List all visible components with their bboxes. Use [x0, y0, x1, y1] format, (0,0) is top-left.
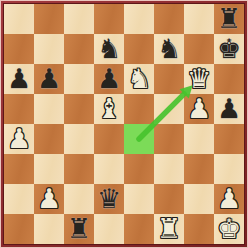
- square-d8[interactable]: [94, 4, 124, 34]
- board-frame: ♜♞♞♚♟♟♟♞♛♝♟♟♟♟♛♟♜♜♚: [0, 0, 248, 248]
- square-a4[interactable]: ♟: [4, 124, 34, 154]
- black-pawn[interactable]: ♟: [214, 94, 244, 124]
- square-f2[interactable]: [154, 184, 184, 214]
- square-c4[interactable]: [64, 124, 94, 154]
- square-h2[interactable]: ♟: [214, 184, 244, 214]
- square-g6[interactable]: ♛: [184, 64, 214, 94]
- square-f3[interactable]: [154, 154, 184, 184]
- square-a8[interactable]: [4, 4, 34, 34]
- square-g1[interactable]: [184, 214, 214, 244]
- square-e6[interactable]: ♞: [124, 64, 154, 94]
- chess-board: ♜♞♞♚♟♟♟♞♛♝♟♟♟♟♛♟♜♜♚: [4, 4, 244, 244]
- white-pawn[interactable]: ♟: [34, 184, 64, 214]
- square-e3[interactable]: [124, 154, 154, 184]
- square-g5[interactable]: ♟: [184, 94, 214, 124]
- white-rook[interactable]: ♜: [154, 214, 184, 244]
- square-d1[interactable]: [94, 214, 124, 244]
- square-h1[interactable]: ♚: [214, 214, 244, 244]
- square-c2[interactable]: [64, 184, 94, 214]
- square-b8[interactable]: [34, 4, 64, 34]
- black-queen[interactable]: ♛: [94, 184, 124, 214]
- black-knight[interactable]: ♞: [94, 34, 124, 64]
- square-f7[interactable]: ♞: [154, 34, 184, 64]
- square-a2[interactable]: [4, 184, 34, 214]
- square-d3[interactable]: [94, 154, 124, 184]
- square-g7[interactable]: [184, 34, 214, 64]
- white-bishop[interactable]: ♝: [94, 94, 124, 124]
- square-a5[interactable]: [4, 94, 34, 124]
- square-e4[interactable]: [124, 124, 154, 154]
- square-b4[interactable]: [34, 124, 64, 154]
- square-f5[interactable]: [154, 94, 184, 124]
- square-f4[interactable]: [154, 124, 184, 154]
- square-f6[interactable]: [154, 64, 184, 94]
- square-a6[interactable]: ♟: [4, 64, 34, 94]
- black-knight[interactable]: ♞: [154, 34, 184, 64]
- square-c3[interactable]: [64, 154, 94, 184]
- square-a1[interactable]: [4, 214, 34, 244]
- square-e5[interactable]: [124, 94, 154, 124]
- square-h8[interactable]: ♜: [214, 4, 244, 34]
- black-pawn[interactable]: ♟: [34, 64, 64, 94]
- square-g8[interactable]: [184, 4, 214, 34]
- square-c5[interactable]: [64, 94, 94, 124]
- square-g2[interactable]: [184, 184, 214, 214]
- square-h5[interactable]: ♟: [214, 94, 244, 124]
- square-a3[interactable]: [4, 154, 34, 184]
- square-e1[interactable]: [124, 214, 154, 244]
- square-a7[interactable]: [4, 34, 34, 64]
- square-c1[interactable]: ♜: [64, 214, 94, 244]
- square-b7[interactable]: [34, 34, 64, 64]
- square-d4[interactable]: [94, 124, 124, 154]
- square-b6[interactable]: ♟: [34, 64, 64, 94]
- square-f1[interactable]: ♜: [154, 214, 184, 244]
- white-queen[interactable]: ♛: [184, 64, 214, 94]
- square-e2[interactable]: [124, 184, 154, 214]
- white-knight[interactable]: ♞: [124, 64, 154, 94]
- white-pawn[interactable]: ♟: [184, 94, 214, 124]
- square-c8[interactable]: [64, 4, 94, 34]
- square-b1[interactable]: [34, 214, 64, 244]
- square-f8[interactable]: [154, 4, 184, 34]
- black-pawn[interactable]: ♟: [94, 64, 124, 94]
- black-pawn[interactable]: ♟: [4, 64, 34, 94]
- square-d7[interactable]: ♞: [94, 34, 124, 64]
- square-h6[interactable]: [214, 64, 244, 94]
- square-g4[interactable]: [184, 124, 214, 154]
- square-d5[interactable]: ♝: [94, 94, 124, 124]
- white-king[interactable]: ♚: [214, 214, 244, 244]
- square-e8[interactable]: [124, 4, 154, 34]
- square-c6[interactable]: [64, 64, 94, 94]
- square-h4[interactable]: [214, 124, 244, 154]
- square-b2[interactable]: ♟: [34, 184, 64, 214]
- square-h3[interactable]: [214, 154, 244, 184]
- black-king[interactable]: ♚: [214, 34, 244, 64]
- square-c7[interactable]: [64, 34, 94, 64]
- square-d2[interactable]: ♛: [94, 184, 124, 214]
- white-pawn[interactable]: ♟: [4, 124, 34, 154]
- square-b3[interactable]: [34, 154, 64, 184]
- black-rook[interactable]: ♜: [214, 4, 244, 34]
- black-rook[interactable]: ♜: [64, 214, 94, 244]
- square-d6[interactable]: ♟: [94, 64, 124, 94]
- square-e7[interactable]: [124, 34, 154, 64]
- square-h7[interactable]: ♚: [214, 34, 244, 64]
- square-g3[interactable]: [184, 154, 214, 184]
- square-b5[interactable]: [34, 94, 64, 124]
- white-pawn[interactable]: ♟: [214, 184, 244, 214]
